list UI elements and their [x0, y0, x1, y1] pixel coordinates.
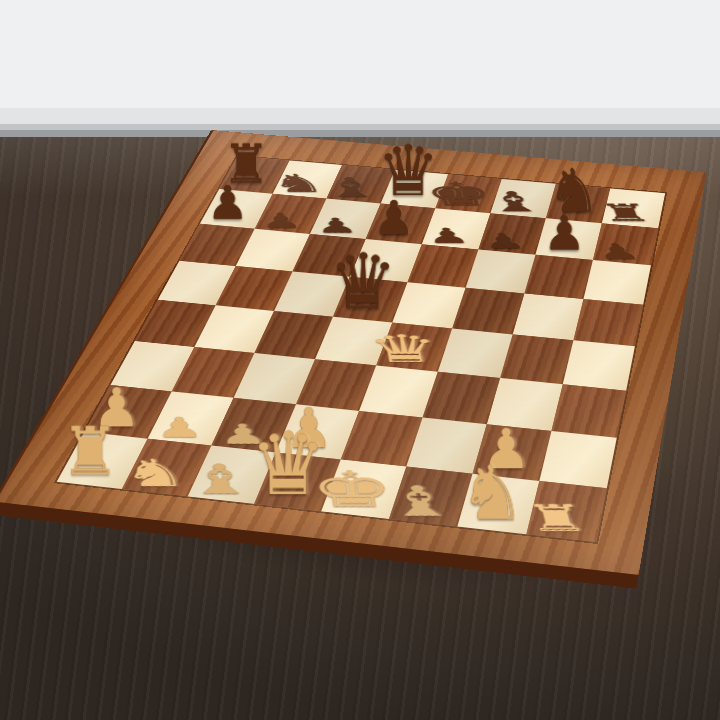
square-d5[interactable]: ♛ [333, 277, 408, 323]
background-wall [0, 0, 720, 137]
square-h2[interactable] [539, 431, 616, 488]
square-h3[interactable] [551, 384, 626, 438]
square-f6[interactable] [466, 249, 536, 293]
black-pawn-d7[interactable]: ♟ [373, 196, 415, 240]
square-e3[interactable] [359, 365, 438, 417]
black-pawn-a7[interactable]: ♟ [207, 181, 248, 225]
square-h5[interactable] [573, 299, 643, 346]
chess-set-photo-scene: ♜♞♝♛♚♝♞♜♟♟♟♟♟♟♟♟♛♛♟♟♟♟♟♜♞♝♛♚♝♞♜ [0, 0, 720, 720]
square-h1[interactable]: ♜ [526, 481, 606, 542]
white-knight-b1[interactable]: ♞ [123, 455, 189, 491]
square-g5[interactable] [513, 293, 584, 340]
square-e1[interactable]: ♚ [321, 459, 406, 518]
black-pawn-g7[interactable]: ♟ [543, 211, 585, 256]
white-knight-g1[interactable]: ♞ [459, 458, 526, 529]
white-bishop-c1[interactable]: ♝ [185, 460, 256, 499]
square-h8[interactable]: ♜ [602, 188, 665, 228]
square-h6[interactable] [583, 260, 650, 305]
square-f4[interactable] [438, 328, 513, 377]
square-f7[interactable]: ♟ [478, 213, 546, 254]
square-a5[interactable] [158, 261, 236, 306]
white-queen-d1[interactable]: ♛ [249, 424, 327, 506]
square-g6[interactable] [524, 255, 593, 299]
black-pawn-h7[interactable]: ♟ [593, 241, 643, 261]
black-pawn-b7[interactable]: ♟ [260, 211, 304, 230]
white-bishop-f1[interactable]: ♝ [381, 481, 458, 521]
square-f5[interactable] [452, 288, 524, 335]
white-rook-a1[interactable]: ♜ [60, 421, 119, 484]
black-rook-h8[interactable]: ♜ [597, 202, 655, 225]
black-pawn-f7[interactable]: ♟ [480, 231, 528, 251]
square-h4[interactable] [563, 340, 635, 390]
black-knight-b8[interactable]: ♞ [271, 171, 327, 195]
black-bishop-f8[interactable]: ♝ [482, 189, 547, 215]
black-queen-d5[interactable]: ♛ [329, 246, 397, 318]
black-pawn-e7[interactable]: ♟ [425, 226, 472, 246]
square-g4[interactable] [500, 334, 573, 384]
white-pawn-b2[interactable]: ♟ [155, 415, 204, 441]
square-e5[interactable] [392, 282, 465, 328]
black-pawn-c7[interactable]: ♟ [314, 216, 359, 235]
white-queen-e4[interactable]: ♛ [366, 331, 443, 367]
white-rook-h1[interactable]: ♜ [522, 502, 592, 537]
square-h7[interactable]: ♟ [593, 223, 658, 265]
